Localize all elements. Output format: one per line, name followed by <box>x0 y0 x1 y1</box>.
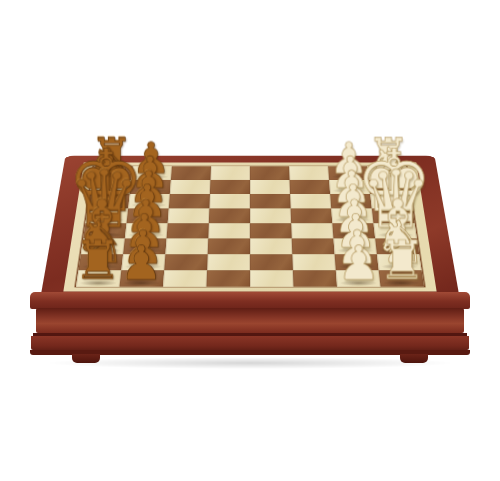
square-d5[interactable] <box>208 223 250 238</box>
square-g5[interactable] <box>210 180 250 194</box>
square-a4[interactable] <box>250 270 294 287</box>
square-h4[interactable] <box>250 166 290 180</box>
square-a7[interactable]: ♟ <box>119 270 164 287</box>
square-c4[interactable] <box>250 238 292 254</box>
square-a1[interactable]: ♜ <box>379 270 424 287</box>
square-e3[interactable] <box>291 208 333 223</box>
square-g6[interactable] <box>170 180 211 194</box>
square-h6[interactable] <box>171 166 211 180</box>
chess-grid: ♜♟♟♜♞♟♟♞♝♟♟♝♚♟♟♚♛♟♟♛♝♟♟♝♞♟♟♞♜♟♟♜ <box>76 166 424 287</box>
piece-bP[interactable]: ♟ <box>120 241 163 286</box>
square-e5[interactable] <box>209 208 250 223</box>
square-b4[interactable] <box>250 254 293 270</box>
square-d4[interactable] <box>250 223 292 238</box>
square-f4[interactable] <box>250 194 291 208</box>
square-a8[interactable]: ♜ <box>76 270 121 287</box>
box-top-rim <box>30 292 470 309</box>
piece-wR[interactable]: ♜ <box>378 236 426 287</box>
box-lower-band <box>31 336 469 350</box>
square-d3[interactable] <box>291 223 333 238</box>
square-a5[interactable] <box>206 270 250 287</box>
square-b5[interactable] <box>207 254 250 270</box>
square-a6[interactable] <box>163 270 207 287</box>
square-f5[interactable] <box>209 194 250 208</box>
square-a3[interactable] <box>293 270 337 287</box>
square-e4[interactable] <box>250 208 291 223</box>
square-f6[interactable] <box>169 194 210 208</box>
square-g4[interactable] <box>250 180 290 194</box>
mahogany-board-frame: ♜♟♟♜♞♟♟♞♝♟♟♝♚♟♟♚♛♟♟♛♝♟♟♝♞♟♟♞♜♟♟♜ <box>40 156 460 300</box>
square-c6[interactable] <box>165 238 208 254</box>
square-e6[interactable] <box>168 208 210 223</box>
square-h3[interactable] <box>289 166 329 180</box>
box-ogee-molding <box>36 308 464 333</box>
square-g3[interactable] <box>290 180 331 194</box>
product-photo-chess-set: ♜♟♟♜♞♟♟♞♝♟♟♝♚♟♟♚♛♟♟♛♝♟♟♝♞♟♟♞♜♟♟♜ <box>0 0 500 481</box>
square-c5[interactable] <box>208 238 250 254</box>
square-a2[interactable]: ♟ <box>336 270 381 287</box>
square-c3[interactable] <box>292 238 335 254</box>
square-h5[interactable] <box>210 166 250 180</box>
ground-shadow <box>45 357 455 369</box>
square-b6[interactable] <box>164 254 207 270</box>
board-3d-scene: ♜♟♟♜♞♟♟♞♝♟♟♝♚♟♟♚♛♟♟♛♝♟♟♝♞♟♟♞♜♟♟♜ <box>40 156 460 300</box>
square-b3[interactable] <box>292 254 335 270</box>
piece-wP[interactable]: ♟ <box>337 241 380 286</box>
square-d6[interactable] <box>167 223 209 238</box>
piece-bR[interactable]: ♜ <box>74 236 122 287</box>
maple-border: ♜♟♟♜♞♟♟♞♝♟♟♝♚♟♟♚♛♟♟♛♝♟♟♝♞♟♟♞♜♟♟♜ <box>63 162 436 291</box>
square-f3[interactable] <box>290 194 331 208</box>
